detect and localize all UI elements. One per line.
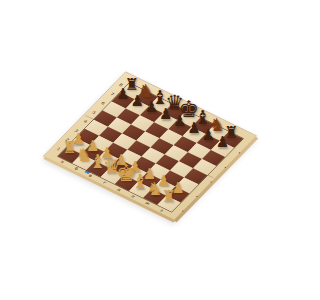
black-rook: ♜ — [224, 125, 238, 141]
board-squares: ♜♞♝♛♚♝♞♜♟♟♟♟♟♟♟♟♟♟♟♟♟♟♟♟♜♞♝♛♚♝♞♜ — [57, 82, 244, 212]
chess-board: ♜♞♝♛♚♝♞♜♟♟♟♟♟♟♟♟♟♟♟♟♟♟♟♟♜♞♝♛♚♝♞♜ абвгдеж… — [43, 72, 257, 221]
